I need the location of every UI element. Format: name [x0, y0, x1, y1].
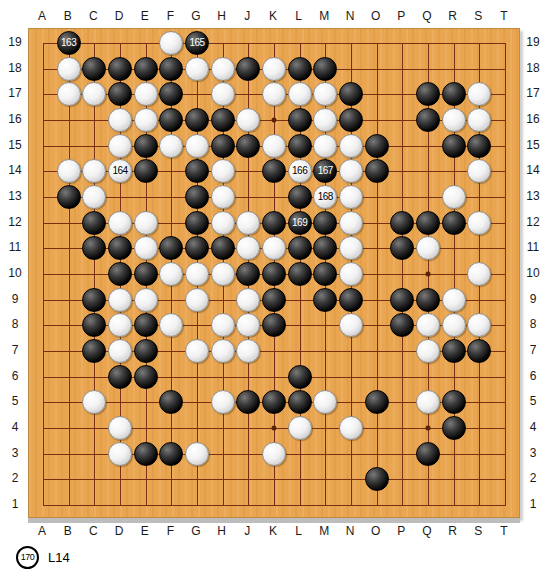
stone-C12[interactable] [82, 211, 106, 235]
coordinate-row-7-right: 7 [530, 343, 537, 357]
stone-G18[interactable] [185, 57, 209, 81]
stone-D6[interactable] [108, 365, 132, 389]
coordinate-column-D-bottom: D [115, 524, 124, 538]
stone-C7[interactable] [82, 339, 106, 363]
coordinate-column-M-bottom: M [319, 524, 329, 538]
coordinate-column-J-top: J [244, 9, 250, 23]
stone-D11[interactable] [108, 236, 132, 260]
coordinate-row-2-right: 2 [530, 471, 537, 485]
stone-R9[interactable] [442, 288, 466, 312]
stone-Q9[interactable] [416, 288, 440, 312]
coordinate-column-T-bottom: T [500, 524, 507, 538]
stone-L15[interactable] [288, 134, 312, 158]
stone-K15[interactable] [262, 134, 286, 158]
stone-L6[interactable] [288, 365, 312, 389]
coordinate-row-16-left: 16 [8, 112, 21, 126]
stone-E6[interactable] [134, 365, 158, 389]
stone-O15[interactable] [365, 134, 389, 158]
coordinate-column-O-top: O [371, 9, 380, 23]
grid-line-horizontal [43, 505, 506, 506]
caption-move-stone: 170 [16, 546, 39, 569]
stone-J5[interactable] [236, 390, 260, 414]
coordinate-row-11-right: 11 [527, 240, 539, 254]
stone-S7[interactable] [467, 339, 491, 363]
stone-F15[interactable] [159, 134, 183, 158]
coordinate-column-K-top: K [269, 9, 277, 23]
coordinate-row-1-right: 1 [530, 497, 537, 511]
coordinate-column-H-bottom: H [217, 524, 226, 538]
stone-B17[interactable] [57, 82, 81, 106]
stone-G3[interactable] [185, 442, 209, 466]
coordinate-row-12-right: 12 [526, 215, 539, 229]
stone-N15[interactable] [339, 134, 363, 158]
coordinate-column-O-bottom: O [371, 524, 380, 538]
stone-S16[interactable] [467, 108, 491, 132]
stone-L4[interactable] [288, 416, 312, 440]
coordinate-column-A-top: A [38, 9, 46, 23]
stone-K3[interactable] [262, 442, 286, 466]
stone-C5[interactable] [82, 390, 106, 414]
go-diagram-page: { "game": "go", "board_size": 19, "colum… [0, 0, 550, 582]
stone-E10[interactable] [134, 262, 158, 286]
coordinate-column-R-bottom: R [448, 524, 457, 538]
stone-F8[interactable] [159, 313, 183, 337]
stone-G19[interactable]: 165 [185, 31, 209, 55]
stone-C18[interactable] [82, 57, 106, 81]
coordinate-column-B-bottom: B [64, 524, 72, 538]
stone-K17[interactable] [262, 82, 286, 106]
stone-M14[interactable]: 167 [313, 159, 337, 183]
coordinate-row-10-left: 10 [8, 266, 21, 280]
star-point-K4 [272, 426, 277, 431]
stone-R13[interactable] [442, 185, 466, 209]
stone-F5[interactable] [159, 390, 183, 414]
stone-E17[interactable] [134, 82, 158, 106]
stone-M5[interactable] [313, 390, 337, 414]
stone-D8[interactable] [108, 313, 132, 337]
grid-line-horizontal [43, 479, 506, 480]
stone-G7[interactable] [185, 339, 209, 363]
grid-line-vertical [377, 43, 378, 506]
stone-C9[interactable] [82, 288, 106, 312]
stone-G13[interactable] [185, 185, 209, 209]
stone-L13[interactable] [288, 185, 312, 209]
stone-N16[interactable] [339, 108, 363, 132]
stone-K8[interactable] [262, 313, 286, 337]
coordinate-row-18-right: 18 [526, 61, 539, 75]
coordinate-row-3-right: 3 [530, 446, 537, 460]
stone-L10[interactable] [288, 262, 312, 286]
stone-P11[interactable] [390, 236, 414, 260]
coordinate-row-15-right: 15 [526, 138, 539, 152]
coordinate-row-6-right: 6 [530, 369, 537, 383]
coordinate-row-4-left: 4 [12, 420, 19, 434]
stone-D9[interactable] [108, 288, 132, 312]
coordinate-row-18-left: 18 [8, 61, 21, 75]
stone-L18[interactable] [288, 57, 312, 81]
coordinate-column-C-bottom: C [89, 524, 98, 538]
stone-B18[interactable] [57, 57, 81, 81]
stone-O5[interactable] [365, 390, 389, 414]
stone-N10[interactable] [339, 262, 363, 286]
stone-R8[interactable] [442, 313, 466, 337]
stone-E14[interactable] [134, 159, 158, 183]
stone-J15[interactable] [236, 134, 260, 158]
stone-J11[interactable] [236, 236, 260, 260]
stone-L14[interactable]: 166 [288, 159, 312, 183]
coordinate-row-8-right: 8 [530, 317, 537, 331]
stone-N12[interactable] [339, 211, 363, 235]
stone-H11[interactable] [211, 236, 235, 260]
coordinate-row-14-right: 14 [526, 163, 539, 177]
stone-C17[interactable] [82, 82, 106, 106]
stone-M13[interactable]: 168 [313, 185, 337, 209]
coordinate-column-L-bottom: L [295, 524, 302, 538]
stone-B13[interactable] [57, 185, 81, 209]
stone-F10[interactable] [159, 262, 183, 286]
star-point-Q10 [426, 272, 431, 277]
coordinate-row-13-left: 13 [8, 189, 21, 203]
coordinate-row-8-left: 8 [12, 317, 19, 331]
stone-M12[interactable] [313, 211, 337, 235]
coordinate-row-15-left: 15 [8, 138, 21, 152]
stone-H5[interactable] [211, 390, 235, 414]
stone-Q17[interactable] [416, 82, 440, 106]
stone-L17[interactable] [288, 82, 312, 106]
coordinate-row-9-left: 9 [12, 292, 19, 306]
coordinate-row-10-right: 10 [526, 266, 539, 280]
stone-F17[interactable] [159, 82, 183, 106]
stone-G14[interactable] [185, 159, 209, 183]
stone-J16[interactable] [236, 108, 260, 132]
stone-P12[interactable] [390, 211, 414, 235]
coordinate-row-14-left: 14 [8, 163, 21, 177]
coordinate-row-12-left: 12 [8, 215, 21, 229]
coordinate-column-Q-top: Q [422, 9, 431, 23]
stone-H14[interactable] [211, 159, 235, 183]
grid-line-vertical [505, 43, 506, 506]
coordinate-column-B-top: B [64, 9, 72, 23]
stone-C13[interactable] [82, 185, 106, 209]
stone-H18[interactable] [211, 57, 235, 81]
stone-N9[interactable] [339, 288, 363, 312]
stone-P9[interactable] [390, 288, 414, 312]
stone-S12[interactable] [467, 211, 491, 235]
coordinate-column-A-bottom: A [38, 524, 46, 538]
coordinate-row-7-left: 7 [12, 343, 19, 357]
stone-K12[interactable] [262, 211, 286, 235]
stone-B14[interactable] [57, 159, 81, 183]
stone-Q8[interactable] [416, 313, 440, 337]
stone-L12[interactable]: 169 [288, 211, 312, 235]
stone-Q11[interactable] [416, 236, 440, 260]
stone-F18[interactable] [159, 57, 183, 81]
caption-move-point: L14 [48, 550, 70, 565]
stone-E8[interactable] [134, 313, 158, 337]
stone-H12[interactable] [211, 211, 235, 235]
coordinate-row-1-left: 1 [12, 497, 19, 511]
coordinate-column-H-top: H [217, 9, 226, 23]
stone-Q5[interactable] [416, 390, 440, 414]
coordinate-column-M-top: M [319, 9, 329, 23]
stone-M9[interactable] [313, 288, 337, 312]
stone-J18[interactable] [236, 57, 260, 81]
stone-K9[interactable] [262, 288, 286, 312]
stone-F16[interactable] [159, 108, 183, 132]
stone-D4[interactable] [108, 416, 132, 440]
stone-C14[interactable] [82, 159, 106, 183]
stone-E15[interactable] [134, 134, 158, 158]
coordinate-column-P-bottom: P [397, 524, 405, 538]
stone-D16[interactable] [108, 108, 132, 132]
stone-R7[interactable] [442, 339, 466, 363]
stone-G15[interactable] [185, 134, 209, 158]
stone-R5[interactable] [442, 390, 466, 414]
stone-E16[interactable] [134, 108, 158, 132]
stone-J10[interactable] [236, 262, 260, 286]
stone-D17[interactable] [108, 82, 132, 106]
grid-line-vertical [402, 43, 403, 506]
coordinate-row-4-right: 4 [530, 420, 537, 434]
coordinate-row-11-left: 11 [9, 240, 21, 254]
coordinate-row-17-right: 17 [526, 86, 539, 100]
stone-N17[interactable] [339, 82, 363, 106]
stone-R12[interactable] [442, 211, 466, 235]
stone-O14[interactable] [365, 159, 389, 183]
stone-M17[interactable] [313, 82, 337, 106]
stone-J12[interactable] [236, 211, 260, 235]
stone-J7[interactable] [236, 339, 260, 363]
stone-H8[interactable] [211, 313, 235, 337]
stone-N13[interactable] [339, 185, 363, 209]
coordinate-column-C-top: C [89, 9, 98, 23]
stone-R4[interactable] [442, 416, 466, 440]
stone-D14[interactable]: 164 [108, 159, 132, 183]
coordinate-column-R-top: R [448, 9, 457, 23]
coordinate-column-J-bottom: J [244, 524, 250, 538]
star-point-Q4 [426, 426, 431, 431]
stone-K14[interactable] [262, 159, 286, 183]
stone-F19[interactable] [159, 31, 183, 55]
stone-E9[interactable] [134, 288, 158, 312]
stone-C8[interactable] [82, 313, 106, 337]
stone-H13[interactable] [211, 185, 235, 209]
stone-G12[interactable] [185, 211, 209, 235]
stone-K11[interactable] [262, 236, 286, 260]
stone-Q16[interactable] [416, 108, 440, 132]
stone-N11[interactable] [339, 236, 363, 260]
star-point-K16 [272, 118, 277, 123]
stone-R15[interactable] [442, 134, 466, 158]
stone-D12[interactable] [108, 211, 132, 235]
coordinate-row-16-right: 16 [526, 112, 539, 126]
stone-F11[interactable] [159, 236, 183, 260]
coordinate-row-2-left: 2 [12, 471, 19, 485]
stone-P8[interactable] [390, 313, 414, 337]
stone-S17[interactable] [467, 82, 491, 106]
stone-Q3[interactable] [416, 442, 440, 466]
stone-J8[interactable] [236, 313, 260, 337]
coordinate-row-19-left: 19 [8, 35, 21, 49]
stone-R16[interactable] [442, 108, 466, 132]
stone-D18[interactable] [108, 57, 132, 81]
coordinate-column-E-top: E [141, 9, 149, 23]
stone-R17[interactable] [442, 82, 466, 106]
stone-K18[interactable] [262, 57, 286, 81]
stone-H17[interactable] [211, 82, 235, 106]
coordinate-column-F-top: F [167, 9, 174, 23]
coordinate-row-9-right: 9 [530, 292, 537, 306]
coordinate-column-N-top: N [346, 9, 355, 23]
coordinate-row-5-left: 5 [12, 394, 19, 408]
coordinate-row-17-left: 17 [8, 86, 21, 100]
stone-K5[interactable] [262, 390, 286, 414]
coordinate-column-S-top: S [474, 9, 482, 23]
stone-B19[interactable]: 163 [57, 31, 81, 55]
stone-S8[interactable] [467, 313, 491, 337]
coordinate-column-G-top: G [191, 9, 200, 23]
stone-C11[interactable] [82, 236, 106, 260]
stone-H15[interactable] [211, 134, 235, 158]
go-board[interactable]: 163165164166167168169 [28, 28, 520, 518]
coordinate-column-Q-bottom: Q [422, 524, 431, 538]
coordinate-column-F-bottom: F [167, 524, 174, 538]
stone-Q7[interactable] [416, 339, 440, 363]
stone-Q12[interactable] [416, 211, 440, 235]
stone-J9[interactable] [236, 288, 260, 312]
coordinate-row-6-left: 6 [12, 369, 19, 383]
coordinate-column-N-bottom: N [346, 524, 355, 538]
stone-E12[interactable] [134, 211, 158, 235]
coordinate-row-13-right: 13 [526, 189, 539, 203]
coordinate-row-19-right: 19 [526, 35, 539, 49]
coordinate-column-L-top: L [295, 9, 302, 23]
stone-M11[interactable] [313, 236, 337, 260]
stone-N4[interactable] [339, 416, 363, 440]
stone-L16[interactable] [288, 108, 312, 132]
stone-G16[interactable] [185, 108, 209, 132]
stone-G10[interactable] [185, 262, 209, 286]
coordinate-column-G-bottom: G [191, 524, 200, 538]
stone-H10[interactable] [211, 262, 235, 286]
stone-E18[interactable] [134, 57, 158, 81]
stone-K10[interactable] [262, 262, 286, 286]
stone-D10[interactable] [108, 262, 132, 286]
stone-G9[interactable] [185, 288, 209, 312]
coordinate-column-P-top: P [397, 9, 405, 23]
stone-O2[interactable] [365, 467, 389, 491]
coordinate-column-E-bottom: E [141, 524, 149, 538]
stone-G11[interactable] [185, 236, 209, 260]
stone-S10[interactable] [467, 262, 491, 286]
stone-N8[interactable] [339, 313, 363, 337]
stone-E3[interactable] [134, 442, 158, 466]
stone-L5[interactable] [288, 390, 312, 414]
coordinate-column-D-top: D [115, 9, 124, 23]
stone-H7[interactable] [211, 339, 235, 363]
stone-D7[interactable] [108, 339, 132, 363]
stone-D3[interactable] [108, 442, 132, 466]
coordinate-row-3-left: 3 [12, 446, 19, 460]
coordinate-column-K-bottom: K [269, 524, 277, 538]
stone-F3[interactable] [159, 442, 183, 466]
last-move-caption: 170 L14 [16, 543, 70, 571]
stone-M15[interactable] [313, 134, 337, 158]
stone-N14[interactable] [339, 159, 363, 183]
coordinate-column-T-top: T [500, 9, 507, 23]
stone-H16[interactable] [211, 108, 235, 132]
stone-M16[interactable] [313, 108, 337, 132]
stone-M10[interactable] [313, 262, 337, 286]
stone-E11[interactable] [134, 236, 158, 260]
stone-M18[interactable] [313, 57, 337, 81]
coordinate-column-S-bottom: S [474, 524, 482, 538]
stone-L11[interactable] [288, 236, 312, 260]
coordinate-row-5-right: 5 [530, 394, 537, 408]
stone-S15[interactable] [467, 134, 491, 158]
stone-S14[interactable] [467, 159, 491, 183]
stone-D15[interactable] [108, 134, 132, 158]
stone-E7[interactable] [134, 339, 158, 363]
